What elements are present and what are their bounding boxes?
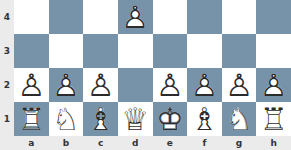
square-e1[interactable]: ♚♔	[153, 102, 188, 136]
white-pawn-piece: ♙	[49, 68, 84, 102]
square-g1[interactable]: ♞♘	[222, 102, 257, 136]
square-c1[interactable]: ♝♗	[83, 102, 118, 136]
square-a4[interactable]	[14, 0, 49, 34]
white-knight-piece: ♘	[49, 102, 84, 136]
white-rook-piece: ♖	[256, 102, 291, 136]
square-g4[interactable]	[222, 0, 257, 34]
rank-labels-gutter: 4 3 2 1	[0, 0, 14, 150]
white-king-piece: ♔	[153, 102, 188, 136]
square-a3[interactable]	[14, 34, 49, 68]
square-c2[interactable]: ♟♙	[83, 68, 118, 102]
square-f3[interactable]	[187, 34, 222, 68]
square-b3[interactable]	[49, 34, 84, 68]
white-bishop-piece: ♗	[187, 102, 222, 136]
rank-label-2: 2	[0, 68, 14, 102]
white-queen-piece: ♕	[118, 102, 153, 136]
square-g2[interactable]: ♟♙	[222, 68, 257, 102]
square-e2[interactable]: ♟♙	[153, 68, 188, 102]
file-labels-gutter: a b c d e f g h	[14, 136, 291, 150]
white-pawn-fill: ♟	[14, 68, 49, 102]
chess-board-panel: 4 3 2 1 ♟♙♟♙♟♙♟♙♟♙♟♙♟♙♟♙♜♖♞♘♝♗♛♕♚♔♝♗♞♘♜♖…	[0, 0, 291, 150]
file-label-e: e	[153, 136, 188, 150]
white-bishop-fill: ♝	[187, 102, 222, 136]
square-c4[interactable]	[83, 0, 118, 34]
white-bishop-piece: ♗	[83, 102, 118, 136]
square-f2[interactable]: ♟♙	[187, 68, 222, 102]
white-pawn-piece: ♙	[187, 68, 222, 102]
chess-board: ♟♙♟♙♟♙♟♙♟♙♟♙♟♙♟♙♜♖♞♘♝♗♛♕♚♔♝♗♞♘♜♖	[14, 0, 291, 136]
square-e3[interactable]	[153, 34, 188, 68]
white-pawn-piece: ♙	[14, 68, 49, 102]
white-pawn-piece: ♙	[83, 68, 118, 102]
file-label-f: f	[187, 136, 222, 150]
square-a1[interactable]: ♜♖	[14, 102, 49, 136]
square-d3[interactable]	[118, 34, 153, 68]
file-label-b: b	[49, 136, 84, 150]
square-d2[interactable]	[118, 68, 153, 102]
white-bishop-fill: ♝	[83, 102, 118, 136]
white-pawn-piece: ♙	[256, 68, 291, 102]
square-g3[interactable]	[222, 34, 257, 68]
white-pawn-fill: ♟	[49, 68, 84, 102]
square-h3[interactable]	[256, 34, 291, 68]
rank-label-3: 3	[0, 34, 14, 68]
square-f1[interactable]: ♝♗	[187, 102, 222, 136]
file-label-g: g	[222, 136, 257, 150]
white-pawn-fill: ♟	[222, 68, 257, 102]
white-pawn-fill: ♟	[118, 0, 153, 34]
white-pawn-fill: ♟	[187, 68, 222, 102]
file-label-c: c	[83, 136, 118, 150]
square-h1[interactable]: ♜♖	[256, 102, 291, 136]
white-pawn-piece: ♙	[222, 68, 257, 102]
white-pawn-piece: ♙	[153, 68, 188, 102]
white-knight-fill: ♞	[49, 102, 84, 136]
file-label-h: h	[256, 136, 291, 150]
white-queen-fill: ♛	[118, 102, 153, 136]
white-pawn-fill: ♟	[153, 68, 188, 102]
board-column: ♟♙♟♙♟♙♟♙♟♙♟♙♟♙♟♙♜♖♞♘♝♗♛♕♚♔♝♗♞♘♜♖ a b c d…	[14, 0, 291, 150]
square-d4[interactable]: ♟♙	[118, 0, 153, 34]
rank-label-4: 4	[0, 0, 14, 34]
square-f4[interactable]	[187, 0, 222, 34]
square-a2[interactable]: ♟♙	[14, 68, 49, 102]
square-h4[interactable]	[256, 0, 291, 34]
file-label-d: d	[118, 136, 153, 150]
white-rook-fill: ♜	[14, 102, 49, 136]
square-b4[interactable]	[49, 0, 84, 34]
file-label-a: a	[14, 136, 49, 150]
white-rook-fill: ♜	[256, 102, 291, 136]
square-b1[interactable]: ♞♘	[49, 102, 84, 136]
square-d1[interactable]: ♛♕	[118, 102, 153, 136]
white-knight-fill: ♞	[222, 102, 257, 136]
white-knight-piece: ♘	[222, 102, 257, 136]
square-c3[interactable]	[83, 34, 118, 68]
square-b2[interactable]: ♟♙	[49, 68, 84, 102]
white-pawn-fill: ♟	[256, 68, 291, 102]
square-h2[interactable]: ♟♙	[256, 68, 291, 102]
square-e4[interactable]	[153, 0, 188, 34]
white-king-fill: ♚	[153, 102, 188, 136]
white-rook-piece: ♖	[14, 102, 49, 136]
rank-label-1: 1	[0, 102, 14, 136]
white-pawn-piece: ♙	[118, 0, 153, 34]
white-pawn-fill: ♟	[83, 68, 118, 102]
